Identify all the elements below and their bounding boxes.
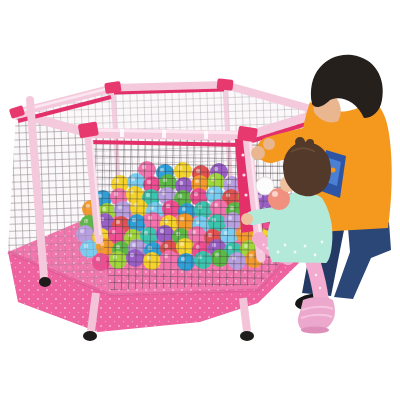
girl-hair-tuft bbox=[306, 139, 314, 147]
front-right-leg bbox=[243, 298, 247, 331]
scene-canvas bbox=[0, 0, 400, 400]
left-pole-cap bbox=[39, 277, 51, 287]
girl-right-leg bbox=[313, 262, 321, 298]
net-tie bbox=[120, 129, 124, 137]
boy-hand bbox=[263, 138, 275, 150]
net-tie bbox=[162, 130, 166, 138]
corner-joint-back-right bbox=[217, 78, 234, 91]
door-lace-dot bbox=[244, 193, 247, 196]
bootie-sole bbox=[301, 327, 329, 334]
girl-legging-dot bbox=[315, 274, 317, 276]
net-front-panel bbox=[88, 133, 258, 290]
salmon-ball-highlight bbox=[272, 191, 278, 197]
corner-joint-front-right bbox=[237, 126, 258, 143]
rim-tube-back bbox=[113, 85, 225, 88]
door-lace-dot bbox=[241, 153, 244, 156]
boy-hand bbox=[251, 146, 265, 160]
front-right-foot bbox=[240, 331, 254, 341]
girl-hair-tuft bbox=[295, 137, 305, 147]
girl-arm-sleeve bbox=[252, 212, 288, 218]
door-lace-dot bbox=[242, 173, 245, 176]
girl-legging-dot bbox=[319, 287, 321, 289]
corner-joint-back-left bbox=[104, 81, 121, 94]
product-photo bbox=[0, 0, 400, 400]
front-left-leg bbox=[91, 293, 96, 331]
front-left-foot bbox=[83, 331, 97, 341]
girl-hand bbox=[241, 213, 253, 225]
net-tie bbox=[204, 131, 208, 139]
boy-shirt-graphic-dot bbox=[331, 168, 336, 173]
